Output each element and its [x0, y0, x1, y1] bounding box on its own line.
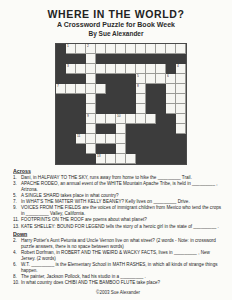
grid-cell-black: [66, 154, 76, 164]
grid-cell-white[interactable]: [136, 94, 146, 104]
grid-cell-black: [86, 154, 96, 164]
clue-section: Across 1.Dani, in HALFWAY TO THE SKY, ru…: [13, 166, 223, 296]
grid-cell-white[interactable]: 13: [96, 154, 106, 164]
across-clue-text: VOICES FROM THE FIELDS are the voices of…: [21, 205, 223, 216]
grid-cell-white[interactable]: [176, 84, 186, 94]
down-header: Down: [13, 231, 223, 237]
copyright-footer: ©2003 Sue Alexander: [13, 290, 223, 296]
grid-cell-black: [56, 104, 66, 114]
grid-cell-white[interactable]: [176, 104, 186, 114]
grid-cell-black: [96, 104, 106, 114]
grid-cell-white[interactable]: [96, 114, 106, 124]
clue-number-label: 7: [57, 84, 59, 87]
grid-cell-white[interactable]: [86, 134, 96, 144]
grid-cell-black: [176, 154, 186, 164]
grid-cell-black: [176, 134, 186, 144]
grid-cell-black: [116, 94, 126, 104]
grid-cell-white[interactable]: [126, 44, 136, 54]
grid-cell-white[interactable]: [146, 64, 156, 74]
grid-cell-black: [106, 124, 116, 134]
grid-cell-white[interactable]: 1: [66, 44, 76, 54]
grid-cell-white[interactable]: [176, 74, 186, 84]
grid-cell-white[interactable]: [116, 44, 126, 54]
page-title: WHERE IN THE WORLD?: [0, 8, 232, 20]
clue-number-label: 10: [117, 114, 121, 117]
across-header: Across: [13, 168, 223, 174]
grid-cell-black: [156, 134, 166, 144]
grid-cell-black: [156, 94, 166, 104]
grid-cell-white[interactable]: [106, 114, 116, 124]
grid-cell-black: [66, 54, 76, 64]
grid-cell-white[interactable]: [96, 64, 106, 74]
down-clue-text: Harry Potter's Aunt Petunia and Uncle Ve…: [21, 238, 223, 249]
grid-cell-white[interactable]: [86, 54, 96, 64]
grid-cell-white[interactable]: [156, 74, 166, 84]
clue-number-label: 5: [137, 74, 139, 77]
grid-cell-white[interactable]: [66, 84, 76, 94]
grid-cell-white[interactable]: [116, 154, 126, 164]
grid-cell-black: [116, 54, 126, 64]
grid-cell-black: [156, 154, 166, 164]
across-clue: 3.APACHE RODEO, an annual event of the W…: [13, 181, 223, 192]
grid-cell-black: [136, 134, 146, 144]
page-byline: By Sue Alexander: [0, 30, 232, 37]
down-clue-number: 10.: [13, 280, 21, 286]
grid-cell-black: [56, 54, 66, 64]
grid-cell-black: [56, 124, 66, 134]
grid-cell-white[interactable]: 7: [56, 84, 66, 94]
across-clue-number: 1.: [13, 175, 21, 181]
across-clue-number: 7.: [13, 199, 21, 205]
grid-cell-black: [96, 54, 106, 64]
grid-cell-black: [136, 124, 146, 134]
grid-cell-black: [56, 114, 66, 124]
grid-cell-black: [96, 144, 106, 154]
grid-cell-black: [126, 94, 136, 104]
clue-number-label: 6: [167, 74, 169, 77]
grid-cell-black: [66, 144, 76, 154]
grid-cell-black: [66, 94, 76, 104]
grid-cell-black: [106, 54, 116, 64]
across-clue-text: A SINGLE SHARD takes place in what count…: [21, 193, 223, 199]
grid-cell-white[interactable]: [146, 74, 156, 84]
across-clue-number: 9.: [13, 205, 21, 216]
across-clue: 9.VOICES FROM THE FIELDS are the voices …: [13, 205, 223, 216]
grid-cell-white[interactable]: [86, 94, 96, 104]
grid-cell-white[interactable]: [176, 114, 186, 124]
grid-cell-black: [126, 74, 136, 84]
grid-cell-black: [176, 144, 186, 154]
grid-cell-black: [166, 114, 176, 124]
grid-cell-black: [126, 84, 136, 94]
grid-cell-white[interactable]: [126, 64, 136, 74]
down-clue: 8.The painter, Jackson Pollock, had his …: [13, 273, 223, 279]
down-clue-number: 2.: [13, 238, 21, 249]
across-clue: 11.FOOTPRINTS ON THE ROOF are poems abou…: [13, 217, 223, 223]
down-clue-list: 2.Harry Potter's Aunt Petunia and Uncle …: [13, 238, 223, 286]
grid-cell-black: [76, 144, 86, 154]
grid-cell-white[interactable]: [106, 134, 116, 144]
grid-cell-black: [126, 124, 136, 134]
grid-cell-black: [176, 54, 186, 64]
grid-cell-black: [106, 84, 116, 94]
grid-cell-black: [56, 144, 66, 154]
across-clue-text: APACHE RODEO, an annual event of the WHI…: [21, 181, 223, 192]
grid-cell-white[interactable]: 4: [176, 64, 186, 74]
grid-cell-black: [66, 134, 76, 144]
across-clue: 7.In WHAT'S THE MATTER WITH KELLY BEANEY…: [13, 199, 223, 205]
across-clue: 1.Dani, in HALFWAY TO THE SKY, runs away…: [13, 175, 223, 181]
across-clue-text: Dani, in HALFWAY TO THE SKY, runs away f…: [21, 175, 223, 181]
grid-cell-black: [166, 154, 176, 164]
grid-cell-black: [66, 114, 76, 124]
grid-cell-black: [106, 144, 116, 154]
down-clue-text: Robert Dorfman, in ROBERT AND THE WEIRD …: [21, 250, 223, 261]
grid-cell-black: [116, 74, 126, 84]
grid-cell-white[interactable]: [76, 64, 86, 74]
grid-cell-white[interactable]: [106, 154, 116, 164]
grid-cell-white[interactable]: [166, 84, 176, 94]
grid-cell-black: [76, 154, 86, 164]
grid-cell-black: [76, 114, 86, 124]
grid-cell-black: [126, 104, 136, 114]
grid-cell-black: [146, 124, 156, 134]
grid-cell-black: [156, 104, 166, 114]
grid-cell-black: [136, 144, 146, 154]
grid-cell-black: [146, 84, 156, 94]
grid-cell-black: [126, 134, 136, 144]
grid-cell-white[interactable]: [166, 94, 176, 104]
grid-cell-white[interactable]: 11: [76, 134, 86, 144]
grid-cell-black: [96, 74, 106, 84]
grid-cell-black: [156, 124, 166, 134]
grid-cell-black: [76, 104, 86, 114]
grid-cell-black: [56, 154, 66, 164]
grid-cell-white[interactable]: [156, 64, 166, 74]
grid-cell-black: [56, 44, 66, 54]
across-clue: 13.KATE SHELLEY: BOUND FOR LEGEND tells …: [13, 223, 223, 229]
grid-cell-white[interactable]: 10: [116, 114, 126, 124]
grid-cell-white[interactable]: [136, 104, 146, 114]
grid-cell-white[interactable]: [146, 44, 156, 54]
grid-cell-black: [76, 74, 86, 84]
across-clue-text: FOOTPRINTS ON THE ROOF are poems about w…: [21, 217, 223, 223]
grid-cell-black: [116, 84, 126, 94]
grid-cell-white[interactable]: [176, 124, 186, 134]
grid-cell-white[interactable]: [86, 104, 96, 114]
down-clue: 2.Harry Potter's Aunt Petunia and Uncle …: [13, 238, 223, 249]
grid-cell-white[interactable]: [136, 114, 146, 124]
grid-cell-black: [166, 124, 176, 134]
grid-cell-black: [76, 94, 86, 104]
page-subtitle: A Crossword Puzzle for Book Week: [0, 21, 232, 28]
grid-cell-black: [146, 144, 156, 154]
grid-cell-black: [106, 74, 116, 84]
across-clue: 5.A SINGLE SHARD takes place in what cou…: [13, 193, 223, 199]
grid-cell-black: [76, 54, 86, 64]
grid-cell-black: [166, 144, 176, 154]
grid-cell-white[interactable]: [126, 114, 136, 124]
grid-cell-white[interactable]: [156, 44, 166, 54]
grid-cell-black: [126, 144, 136, 154]
grid-cell-white[interactable]: [86, 144, 96, 154]
clue-number-label: 4: [177, 64, 179, 67]
grid-cell-white[interactable]: 2: [86, 44, 96, 54]
grid-cell-black: [146, 94, 156, 104]
down-clue: 6.W.T. _________ is the Elementary Schoo…: [13, 262, 223, 273]
grid-cell-black: [146, 134, 156, 144]
clue-number-label: 3: [67, 64, 69, 67]
across-clue-list: 1.Dani, in HALFWAY TO THE SKY, runs away…: [13, 175, 223, 229]
grid-cell-black: [106, 94, 116, 104]
grid-cell-white[interactable]: 8: [136, 84, 146, 94]
grid-cell-black: [56, 134, 66, 144]
clue-number-label: 11: [77, 134, 80, 137]
grid-cell-white[interactable]: [86, 74, 96, 84]
grid-cell-black: [66, 74, 76, 84]
down-clue-text: W.T. _________ is the Elementary School …: [21, 262, 223, 273]
grid-cell-white[interactable]: [96, 84, 106, 94]
grid-cell-white[interactable]: [176, 94, 186, 104]
down-clue-text: In what country does CHIBI AND THE BAMBO…: [21, 280, 223, 286]
grid-cell-white[interactable]: [116, 134, 126, 144]
grid-cell-white[interactable]: [76, 84, 86, 94]
grid-cell-white[interactable]: [136, 44, 146, 54]
grid-cell-white[interactable]: [96, 134, 106, 144]
grid-cell-black: [56, 74, 66, 84]
grid-cell-black: [166, 54, 176, 64]
crossword-grid: 123456789101113: [55, 43, 187, 165]
grid-cell-white[interactable]: [106, 64, 116, 74]
grid-cell-white[interactable]: [166, 104, 176, 114]
grid-cell-black: [166, 134, 176, 144]
across-clue-number: 11.: [13, 217, 21, 223]
clue-number-label: 9: [87, 114, 89, 117]
clue-number-label: 8: [137, 84, 139, 87]
grid-cell-black: [56, 64, 66, 74]
grid-cell-black: [156, 84, 166, 94]
grid-cell-black: [106, 104, 116, 114]
grid-cell-black: [66, 124, 76, 134]
grid-cell-black: [136, 154, 146, 164]
grid-cell-black: [96, 94, 106, 104]
grid-cell-black: [66, 104, 76, 114]
down-clue-number: 8.: [13, 273, 21, 279]
grid-cell-black: [156, 54, 166, 64]
grid-cell-white[interactable]: [86, 84, 96, 94]
grid-cell-white[interactable]: [116, 144, 126, 154]
grid-cell-white[interactable]: 5: [136, 74, 146, 84]
clue-number-label: 1: [67, 44, 69, 47]
grid-cell-black: [116, 104, 126, 114]
clue-number-label: 13: [97, 154, 101, 157]
across-clue-text: In WHAT'S THE MATTER WITH KELLY BEANEY? …: [21, 199, 223, 205]
grid-cell-black: [156, 114, 166, 124]
down-clue-number: 6.: [13, 262, 21, 273]
down-clue: 10.In what country does CHIBI AND THE BA…: [13, 280, 223, 286]
grid-cell-white[interactable]: [126, 154, 136, 164]
grid-cell-white[interactable]: 3: [66, 64, 76, 74]
grid-cell-white[interactable]: [106, 44, 116, 54]
grid-cell-white[interactable]: [146, 114, 156, 124]
down-clue-number: 4.: [13, 250, 21, 261]
grid-cell-black: [146, 154, 156, 164]
across-clue-text: KATE SHELLEY: BOUND FOR LEGEND tells the…: [21, 223, 223, 229]
down-clue-text: The painter, Jackson Pollock, had his st…: [21, 273, 223, 279]
clue-number-label: 2: [87, 44, 89, 47]
grid-cell-white[interactable]: [116, 124, 126, 134]
grid-cell-white[interactable]: [166, 44, 176, 54]
grid-cell-white[interactable]: [86, 64, 96, 74]
grid-cell-black: [166, 64, 176, 74]
across-clue-number: 5.: [13, 193, 21, 199]
grid-cell-black: [146, 54, 156, 64]
grid-cell-black: [146, 104, 156, 114]
grid-cell-black: [126, 54, 136, 64]
grid-cell-black: [56, 94, 66, 104]
grid-cell-black: [156, 144, 166, 154]
grid-cell-black: [136, 54, 146, 64]
grid-cell-white[interactable]: [96, 44, 106, 54]
grid-cell-white[interactable]: 9: [86, 114, 96, 124]
down-clue: 4.Robert Dorfman, in ROBERT AND THE WEIR…: [13, 250, 223, 261]
grid-cell-white[interactable]: [86, 124, 96, 134]
across-clue-number: 13.: [13, 223, 21, 229]
grid-cell-white[interactable]: [176, 44, 186, 54]
grid-cell-white[interactable]: [136, 64, 146, 74]
grid-cell-black: [96, 124, 106, 134]
grid-cell-black: [76, 124, 86, 134]
grid-cell-white[interactable]: [76, 44, 86, 54]
across-clue-number: 3.: [13, 181, 21, 192]
grid-cell-white[interactable]: 6: [166, 74, 176, 84]
grid-cell-white[interactable]: [116, 64, 126, 74]
